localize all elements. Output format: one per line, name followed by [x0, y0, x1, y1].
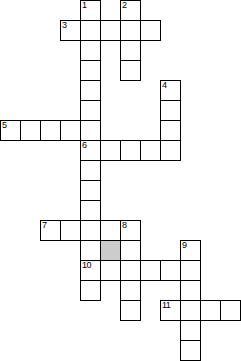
- grid-cell[interactable]: [160, 140, 181, 161]
- grid-cell[interactable]: 7: [40, 220, 61, 241]
- clue-number-6: 6: [82, 141, 87, 150]
- grid-cell[interactable]: [120, 60, 141, 81]
- clue-number-5: 5: [2, 121, 7, 130]
- clue-number-1: 1: [82, 1, 87, 10]
- grid-cell[interactable]: [100, 140, 121, 161]
- grid-cell[interactable]: [80, 40, 101, 61]
- grid-cell[interactable]: [120, 20, 141, 41]
- grid-cell[interactable]: [160, 100, 181, 121]
- grid-cell[interactable]: [120, 40, 141, 61]
- clue-number-8: 8: [122, 221, 127, 230]
- grid-cell[interactable]: [180, 340, 201, 361]
- clue-number-11: 11: [162, 301, 170, 310]
- grid-cell[interactable]: [160, 120, 181, 141]
- grid-cell[interactable]: [60, 220, 81, 241]
- clue-number-3: 3: [62, 21, 67, 30]
- grid-cell[interactable]: 5: [0, 120, 21, 141]
- crossword-board: 1234567891011: [0, 0, 241, 361]
- grid-cell[interactable]: 4: [160, 80, 181, 101]
- grid-cell[interactable]: [100, 260, 121, 281]
- grid-cell[interactable]: 3: [60, 20, 81, 41]
- grid-cell[interactable]: [80, 20, 101, 41]
- grid-cell[interactable]: [80, 160, 101, 181]
- grid-cell[interactable]: [140, 20, 161, 41]
- grid-cell[interactable]: [120, 140, 141, 161]
- grid-cell[interactable]: 2: [120, 0, 141, 21]
- grid-cell[interactable]: 11: [160, 300, 181, 321]
- grid-cell[interactable]: [80, 180, 101, 201]
- grid-cell[interactable]: [120, 260, 141, 281]
- grid-cell[interactable]: [60, 120, 81, 141]
- grid-cell[interactable]: [80, 100, 101, 121]
- clue-number-9: 9: [182, 241, 187, 250]
- grid-cell[interactable]: [80, 240, 101, 261]
- grid-cell[interactable]: [120, 240, 141, 261]
- grid-cell[interactable]: [80, 200, 101, 221]
- clue-number-7: 7: [42, 221, 47, 230]
- grid-cell[interactable]: [100, 20, 121, 41]
- shaded-cell: [100, 240, 121, 261]
- clue-number-4: 4: [162, 81, 167, 90]
- grid-cell[interactable]: [140, 260, 161, 281]
- grid-cell[interactable]: [80, 60, 101, 81]
- grid-cell[interactable]: [200, 300, 221, 321]
- grid-cell[interactable]: [140, 140, 161, 161]
- grid-cell[interactable]: [80, 220, 101, 241]
- grid-cell[interactable]: 6: [80, 140, 101, 161]
- grid-cell[interactable]: 9: [180, 240, 201, 261]
- grid-cell[interactable]: [80, 120, 101, 141]
- grid-cell[interactable]: [220, 300, 241, 321]
- grid-cell[interactable]: [80, 80, 101, 101]
- grid-cell[interactable]: [180, 280, 201, 301]
- grid-cell[interactable]: 1: [80, 0, 101, 21]
- grid-cell[interactable]: [160, 260, 181, 281]
- grid-cell[interactable]: [120, 280, 141, 301]
- grid-cell[interactable]: [80, 280, 101, 301]
- grid-cell[interactable]: [120, 300, 141, 321]
- grid-cell[interactable]: [180, 320, 201, 341]
- grid-cell[interactable]: [100, 220, 121, 241]
- clue-number-2: 2: [122, 1, 127, 10]
- grid-cell[interactable]: 10: [80, 260, 101, 281]
- grid-cell[interactable]: 8: [120, 220, 141, 241]
- grid-cell[interactable]: [40, 120, 61, 141]
- grid-cell[interactable]: [20, 120, 41, 141]
- clue-number-10: 10: [82, 261, 91, 270]
- grid-cell[interactable]: [180, 260, 201, 281]
- grid-cell[interactable]: [180, 300, 201, 321]
